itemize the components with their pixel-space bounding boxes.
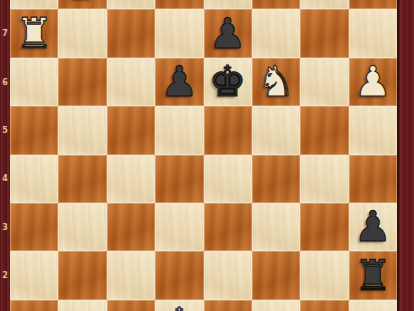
square-e2[interactable] (204, 251, 252, 299)
square-c3[interactable] (107, 203, 155, 251)
square-d1[interactable]: ♚ (155, 300, 203, 311)
square-a7[interactable]: ♜ (10, 9, 58, 57)
square-e4[interactable] (204, 155, 252, 203)
rank-label-5: 5 (0, 106, 10, 154)
square-d2[interactable] (155, 251, 203, 299)
square-e6[interactable]: ♚ (204, 58, 252, 106)
black-king-piece[interactable]: ♚ (204, 58, 252, 106)
chess-board-screenshot: ♝♜♟♟♚♞♟♟♜♚ 765432 (0, 0, 414, 311)
square-c7[interactable] (107, 9, 155, 57)
square-f8[interactable] (252, 0, 300, 9)
square-a4[interactable] (10, 155, 58, 203)
square-c4[interactable] (107, 155, 155, 203)
black-pawn-piece[interactable]: ♟ (204, 9, 252, 57)
square-b4[interactable] (58, 155, 106, 203)
square-f5[interactable] (252, 106, 300, 154)
square-d4[interactable] (155, 155, 203, 203)
square-f3[interactable] (252, 203, 300, 251)
rank-label-6: 6 (0, 58, 10, 106)
square-h2[interactable]: ♜ (349, 251, 397, 299)
black-pawn-piece[interactable]: ♟ (349, 203, 397, 251)
chess-board: ♝♜♟♟♚♞♟♟♜♚ (10, 0, 397, 311)
square-d6[interactable]: ♟ (155, 58, 203, 106)
square-a1[interactable] (10, 300, 58, 311)
square-g7[interactable] (300, 9, 348, 57)
square-h5[interactable] (349, 106, 397, 154)
square-f4[interactable] (252, 155, 300, 203)
square-d3[interactable] (155, 203, 203, 251)
square-b3[interactable] (58, 203, 106, 251)
square-b7[interactable] (58, 9, 106, 57)
square-e1[interactable] (204, 300, 252, 311)
rank-label-2: 2 (0, 251, 10, 299)
square-e5[interactable] (204, 106, 252, 154)
white-knight-piece[interactable]: ♞ (252, 58, 300, 106)
square-f7[interactable] (252, 9, 300, 57)
square-h7[interactable] (349, 9, 397, 57)
square-d7[interactable] (155, 9, 203, 57)
black-pawn-piece[interactable]: ♟ (155, 58, 203, 106)
square-f1[interactable] (252, 300, 300, 311)
square-c2[interactable] (107, 251, 155, 299)
rank-label-3: 3 (0, 203, 10, 251)
square-d8[interactable] (155, 0, 203, 9)
square-a5[interactable] (10, 106, 58, 154)
square-f6[interactable]: ♞ (252, 58, 300, 106)
square-h4[interactable] (349, 155, 397, 203)
square-g2[interactable] (300, 251, 348, 299)
white-bishop-piece[interactable]: ♝ (58, 0, 106, 9)
white-king-piece[interactable]: ♚ (155, 300, 203, 311)
square-c1[interactable] (107, 300, 155, 311)
square-c5[interactable] (107, 106, 155, 154)
square-b1[interactable] (58, 300, 106, 311)
square-b6[interactable] (58, 58, 106, 106)
square-h3[interactable]: ♟ (349, 203, 397, 251)
square-f2[interactable] (252, 251, 300, 299)
square-c8[interactable] (107, 0, 155, 9)
black-rook-piece[interactable]: ♜ (349, 251, 397, 299)
rank-label-4: 4 (0, 155, 10, 203)
square-g8[interactable] (300, 0, 348, 9)
rank-label-7: 7 (0, 9, 10, 57)
square-h1[interactable] (349, 300, 397, 311)
square-a6[interactable] (10, 58, 58, 106)
square-g5[interactable] (300, 106, 348, 154)
square-g6[interactable] (300, 58, 348, 106)
square-b8[interactable]: ♝ (58, 0, 106, 9)
square-h8[interactable] (349, 0, 397, 9)
white-rook-piece[interactable]: ♜ (10, 9, 58, 57)
white-pawn-piece[interactable]: ♟ (349, 58, 397, 106)
square-g4[interactable] (300, 155, 348, 203)
square-e3[interactable] (204, 203, 252, 251)
square-a2[interactable] (10, 251, 58, 299)
square-a3[interactable] (10, 203, 58, 251)
square-c6[interactable] (107, 58, 155, 106)
square-d5[interactable] (155, 106, 203, 154)
square-h6[interactable]: ♟ (349, 58, 397, 106)
square-e7[interactable]: ♟ (204, 9, 252, 57)
square-g3[interactable] (300, 203, 348, 251)
square-b2[interactable] (58, 251, 106, 299)
square-b5[interactable] (58, 106, 106, 154)
board-frame-right (397, 0, 414, 311)
square-g1[interactable] (300, 300, 348, 311)
